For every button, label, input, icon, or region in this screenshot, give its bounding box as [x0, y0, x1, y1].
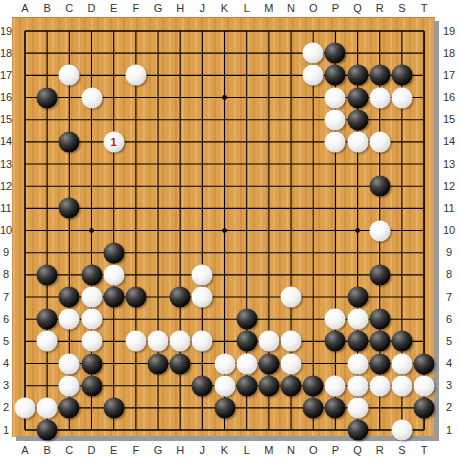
coord-label: E: [106, 445, 122, 456]
coord-label: L: [239, 445, 255, 456]
coord-label: P: [327, 3, 343, 14]
coord-label: 4: [0, 358, 13, 369]
black-stone[interactable]: [59, 198, 80, 219]
white-stone[interactable]: [347, 131, 368, 152]
coord-label: Q: [350, 3, 366, 14]
coord-label: B: [39, 445, 55, 456]
star-point: [89, 228, 94, 233]
black-stone[interactable]: [81, 264, 102, 285]
coord-label: 2: [0, 402, 13, 413]
coord-label: A: [17, 445, 33, 456]
coord-label: 5: [440, 336, 458, 347]
white-stone[interactable]: [281, 353, 302, 374]
white-stone[interactable]: [59, 309, 80, 330]
white-stone[interactable]: [369, 220, 390, 241]
coord-label: 2: [440, 402, 458, 413]
black-stone[interactable]: [303, 397, 324, 418]
coord-label: 12: [0, 181, 13, 192]
star-point: [355, 228, 360, 233]
white-stone[interactable]: [325, 87, 346, 108]
white-stone[interactable]: [81, 309, 102, 330]
coord-label: K: [217, 445, 233, 456]
black-stone[interactable]: [281, 375, 302, 396]
black-stone[interactable]: [369, 331, 390, 352]
white-stone[interactable]: [303, 43, 324, 64]
coord-label: 18: [0, 48, 13, 59]
white-stone[interactable]: [303, 65, 324, 86]
coord-label: K: [217, 3, 233, 14]
coord-label: 16: [0, 92, 13, 103]
coord-label: A: [17, 3, 33, 14]
white-stone[interactable]: [81, 87, 102, 108]
white-stone[interactable]: [347, 375, 368, 396]
black-stone[interactable]: [391, 65, 412, 86]
black-stone[interactable]: [325, 43, 346, 64]
white-stone[interactable]: [192, 287, 213, 308]
coord-label: F: [128, 445, 144, 456]
black-stone[interactable]: [325, 65, 346, 86]
black-stone[interactable]: [347, 331, 368, 352]
black-stone[interactable]: [369, 309, 390, 330]
coord-label: T: [416, 3, 432, 14]
coord-label: H: [172, 3, 188, 14]
black-stone[interactable]: [303, 375, 324, 396]
black-stone[interactable]: [369, 176, 390, 197]
coord-label: P: [327, 445, 343, 456]
coord-label: 13: [0, 159, 13, 170]
white-stone[interactable]: [325, 109, 346, 130]
coord-label: B: [39, 3, 55, 14]
white-stone[interactable]: [369, 87, 390, 108]
star-point: [222, 228, 227, 233]
coord-label: E: [106, 3, 122, 14]
coord-label: C: [61, 3, 77, 14]
black-stone[interactable]: [192, 375, 213, 396]
white-stone[interactable]: [258, 331, 279, 352]
black-stone[interactable]: [258, 375, 279, 396]
coord-label: M: [261, 3, 277, 14]
coord-label: 11: [0, 203, 13, 214]
white-stone[interactable]: [347, 397, 368, 418]
black-stone[interactable]: [81, 353, 102, 374]
coord-label: 6: [440, 314, 458, 325]
go-diagram: 1 AABBCCDDEEFFGGHHJJKKLLMMNNOOPPQQRRSSTT…: [0, 0, 459, 460]
white-stone[interactable]: [369, 131, 390, 152]
black-stone[interactable]: [81, 375, 102, 396]
black-stone[interactable]: [258, 353, 279, 374]
white-stone[interactable]: [325, 309, 346, 330]
white-stone[interactable]: [148, 331, 169, 352]
coord-label: 19: [0, 26, 13, 37]
white-stone[interactable]: [125, 331, 146, 352]
coord-label: 19: [440, 26, 458, 37]
coord-label: 4: [440, 358, 458, 369]
white-stone[interactable]: [192, 264, 213, 285]
coord-label: 11: [440, 203, 458, 214]
coord-label: O: [305, 3, 321, 14]
white-stone[interactable]: [59, 65, 80, 86]
coord-label: 15: [0, 114, 13, 125]
white-stone[interactable]: [125, 65, 146, 86]
black-stone[interactable]: [103, 287, 124, 308]
white-stone[interactable]: [59, 353, 80, 374]
white-stone[interactable]: [391, 375, 412, 396]
white-stone[interactable]: [347, 309, 368, 330]
coord-label: 5: [0, 336, 13, 347]
black-stone[interactable]: [236, 309, 257, 330]
coord-label: 8: [440, 269, 458, 280]
black-stone[interactable]: [347, 87, 368, 108]
move-number-label: 1: [111, 136, 117, 147]
black-stone[interactable]: [170, 287, 191, 308]
white-stone[interactable]: [325, 375, 346, 396]
black-stone[interactable]: [236, 331, 257, 352]
coord-label: 1: [440, 425, 458, 436]
white-stone[interactable]: [391, 420, 412, 441]
coord-label: J: [194, 3, 210, 14]
coord-label: 3: [440, 380, 458, 391]
coord-label: 13: [440, 159, 458, 170]
white-stone[interactable]: [81, 331, 102, 352]
coord-label: 9: [440, 247, 458, 258]
black-stone[interactable]: [236, 375, 257, 396]
coord-label: 7: [440, 292, 458, 303]
coord-label: O: [305, 445, 321, 456]
coord-label: 9: [0, 247, 13, 258]
white-stone[interactable]: [414, 375, 435, 396]
coord-label: F: [128, 3, 144, 14]
coord-label: 1: [0, 425, 13, 436]
black-stone[interactable]: [414, 397, 435, 418]
white-stone[interactable]: [214, 375, 235, 396]
white-stone[interactable]: [236, 353, 257, 374]
coord-label: 17: [440, 70, 458, 81]
coord-label: D: [84, 445, 100, 456]
white-stone[interactable]: [281, 331, 302, 352]
coord-label: 12: [440, 181, 458, 192]
coord-label: 6: [0, 314, 13, 325]
white-stone[interactable]: [214, 353, 235, 374]
white-stone[interactable]: [192, 331, 213, 352]
black-stone[interactable]: [59, 287, 80, 308]
white-stone[interactable]: [37, 397, 58, 418]
black-stone[interactable]: [347, 420, 368, 441]
black-stone[interactable]: [347, 109, 368, 130]
black-stone[interactable]: [369, 264, 390, 285]
black-stone[interactable]: [37, 309, 58, 330]
black-stone[interactable]: [59, 131, 80, 152]
coord-label: H: [172, 445, 188, 456]
coord-label: 7: [0, 292, 13, 303]
coord-label: T: [416, 445, 432, 456]
coord-label: M: [261, 445, 277, 456]
black-stone[interactable]: [59, 397, 80, 418]
white-stone[interactable]: [170, 331, 191, 352]
white-stone[interactable]: [281, 287, 302, 308]
white-stone[interactable]: [81, 287, 102, 308]
coord-label: 15: [440, 114, 458, 125]
white-stone[interactable]: [369, 375, 390, 396]
black-stone[interactable]: [347, 65, 368, 86]
coord-label: 10: [440, 225, 458, 236]
coord-label: 8: [0, 269, 13, 280]
coord-label: C: [61, 445, 77, 456]
coord-label: 17: [0, 70, 13, 81]
black-stone[interactable]: [347, 287, 368, 308]
black-stone[interactable]: [369, 65, 390, 86]
coord-label: G: [150, 3, 166, 14]
black-stone[interactable]: [325, 397, 346, 418]
coord-label: L: [239, 3, 255, 14]
coord-label: D: [84, 3, 100, 14]
coord-label: S: [394, 3, 410, 14]
black-stone[interactable]: [103, 397, 124, 418]
black-stone[interactable]: [103, 242, 124, 263]
coord-label: Q: [350, 445, 366, 456]
coord-label: 3: [0, 380, 13, 391]
white-stone[interactable]: [391, 87, 412, 108]
coord-label: 16: [440, 92, 458, 103]
black-stone[interactable]: [369, 353, 390, 374]
coord-label: G: [150, 445, 166, 456]
black-stone[interactable]: [214, 397, 235, 418]
coord-label: R: [372, 3, 388, 14]
coord-label: 14: [0, 136, 13, 147]
coord-label: 18: [440, 48, 458, 59]
white-stone[interactable]: [103, 264, 124, 285]
white-stone[interactable]: [391, 353, 412, 374]
star-point: [222, 95, 227, 100]
black-stone[interactable]: [125, 287, 146, 308]
white-stone[interactable]: [37, 331, 58, 352]
white-stone[interactable]: [325, 131, 346, 152]
coord-label: S: [394, 445, 410, 456]
white-stone[interactable]: [59, 375, 80, 396]
coord-label: N: [283, 445, 299, 456]
white-stone[interactable]: [347, 353, 368, 374]
black-stone[interactable]: [37, 264, 58, 285]
coord-label: 10: [0, 225, 13, 236]
coord-label: 14: [440, 136, 458, 147]
black-stone[interactable]: [37, 87, 58, 108]
white-stone[interactable]: [15, 397, 36, 418]
black-stone[interactable]: [37, 420, 58, 441]
black-stone[interactable]: [414, 353, 435, 374]
black-stone[interactable]: [170, 353, 191, 374]
black-stone[interactable]: [391, 331, 412, 352]
coord-label: N: [283, 3, 299, 14]
black-stone[interactable]: [325, 331, 346, 352]
black-stone[interactable]: [148, 353, 169, 374]
coord-label: J: [194, 445, 210, 456]
coord-label: R: [372, 445, 388, 456]
